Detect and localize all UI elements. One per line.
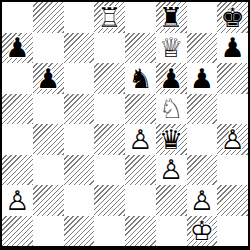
- square-b2[interactable]: [33, 185, 64, 216]
- square-a5[interactable]: [2, 94, 33, 125]
- square-h4[interactable]: ♟♙: [217, 124, 248, 155]
- square-c6[interactable]: [64, 63, 95, 94]
- square-f2[interactable]: [156, 185, 187, 216]
- square-b8[interactable]: [33, 2, 64, 33]
- square-g2[interactable]: ♟♙: [187, 185, 218, 216]
- square-f8[interactable]: ♜: [156, 2, 187, 33]
- square-f1[interactable]: [156, 216, 187, 247]
- square-c3[interactable]: [64, 155, 95, 186]
- square-f4[interactable]: ♛: [156, 124, 187, 155]
- white-pawn-silhouette: ♟: [125, 124, 156, 155]
- white-king-silhouette: ♚: [187, 216, 218, 247]
- square-g5[interactable]: [187, 94, 218, 125]
- square-g7[interactable]: [187, 33, 218, 64]
- piece-white-pawn: ♙: [2, 185, 33, 216]
- piece-black-pawn: ♟: [187, 63, 218, 94]
- square-c7[interactable]: [64, 33, 95, 64]
- square-c1[interactable]: [64, 216, 95, 247]
- square-b5[interactable]: [33, 94, 64, 125]
- square-d7[interactable]: [94, 33, 125, 64]
- square-h5[interactable]: [217, 94, 248, 125]
- square-a1[interactable]: [2, 216, 33, 247]
- square-b3[interactable]: [33, 155, 64, 186]
- square-g8[interactable]: [187, 2, 218, 33]
- square-c5[interactable]: [64, 94, 95, 125]
- white-knight-silhouette: ♞: [156, 94, 187, 125]
- square-g1[interactable]: ♚♔: [187, 216, 218, 247]
- square-d4[interactable]: [94, 124, 125, 155]
- board-grid: ♜♖♜♚♟♛♕♟♟♞♟♟♞♘♟♙♛♟♙♟♙♟♙♟♙♚♔: [2, 2, 248, 246]
- square-a7[interactable]: ♟: [2, 33, 33, 64]
- square-d3[interactable]: [94, 155, 125, 186]
- square-d5[interactable]: [94, 94, 125, 125]
- piece-black-pawn: ♟: [156, 63, 187, 94]
- square-e7[interactable]: [125, 33, 156, 64]
- square-g4[interactable]: [187, 124, 218, 155]
- square-d8[interactable]: ♜♖: [94, 2, 125, 33]
- square-g3[interactable]: [187, 155, 218, 186]
- piece-black-pawn: ♟: [217, 33, 248, 64]
- square-e1[interactable]: [125, 216, 156, 247]
- square-d2[interactable]: [94, 185, 125, 216]
- white-pawn-silhouette: ♟: [156, 155, 187, 186]
- piece-white-pawn: ♙: [156, 155, 187, 186]
- piece-black-king: ♚: [217, 2, 248, 33]
- chess-board: ♜♖♜♚♟♛♕♟♟♞♟♟♞♘♟♙♛♟♙♟♙♟♙♟♙♚♔: [0, 0, 250, 250]
- square-a2[interactable]: ♟♙: [2, 185, 33, 216]
- square-c2[interactable]: [64, 185, 95, 216]
- square-a4[interactable]: [2, 124, 33, 155]
- square-e8[interactable]: [125, 2, 156, 33]
- piece-black-pawn: ♟: [2, 33, 33, 64]
- square-b1[interactable]: [33, 216, 64, 247]
- square-b4[interactable]: [33, 124, 64, 155]
- piece-white-pawn: ♙: [217, 124, 248, 155]
- white-queen-silhouette: ♛: [156, 33, 187, 64]
- square-b6[interactable]: ♟: [33, 63, 64, 94]
- square-b7[interactable]: [33, 33, 64, 64]
- square-e2[interactable]: [125, 185, 156, 216]
- square-f7[interactable]: ♛♕: [156, 33, 187, 64]
- square-e6[interactable]: ♞: [125, 63, 156, 94]
- square-h6[interactable]: [217, 63, 248, 94]
- piece-white-pawn: ♙: [187, 185, 218, 216]
- piece-white-pawn: ♙: [125, 124, 156, 155]
- piece-black-pawn: ♟: [33, 63, 64, 94]
- piece-black-rook: ♜: [156, 2, 187, 33]
- white-pawn-silhouette: ♟: [187, 185, 218, 216]
- square-a3[interactable]: [2, 155, 33, 186]
- piece-white-king: ♔: [187, 216, 218, 247]
- square-f5[interactable]: ♞♘: [156, 94, 187, 125]
- white-rook-silhouette: ♜: [94, 2, 125, 33]
- piece-black-knight: ♞: [125, 63, 156, 94]
- piece-white-knight: ♘: [156, 94, 187, 125]
- white-pawn-silhouette: ♟: [2, 185, 33, 216]
- square-a6[interactable]: [2, 63, 33, 94]
- square-e3[interactable]: [125, 155, 156, 186]
- square-f6[interactable]: ♟: [156, 63, 187, 94]
- square-e5[interactable]: [125, 94, 156, 125]
- piece-black-queen: ♛: [156, 124, 187, 155]
- square-g6[interactable]: ♟: [187, 63, 218, 94]
- square-h1[interactable]: [217, 216, 248, 247]
- square-d1[interactable]: [94, 216, 125, 247]
- square-d6[interactable]: [94, 63, 125, 94]
- square-h7[interactable]: ♟: [217, 33, 248, 64]
- square-h2[interactable]: [217, 185, 248, 216]
- square-a8[interactable]: [2, 2, 33, 33]
- piece-white-queen: ♕: [156, 33, 187, 64]
- square-f3[interactable]: ♟♙: [156, 155, 187, 186]
- square-c4[interactable]: [64, 124, 95, 155]
- square-c8[interactable]: [64, 2, 95, 33]
- square-h3[interactable]: [217, 155, 248, 186]
- square-h8[interactable]: ♚: [217, 2, 248, 33]
- square-e4[interactable]: ♟♙: [125, 124, 156, 155]
- piece-white-rook: ♖: [94, 2, 125, 33]
- white-pawn-silhouette: ♟: [217, 124, 248, 155]
